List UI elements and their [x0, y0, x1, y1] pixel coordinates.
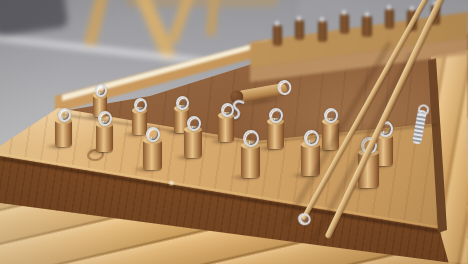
fishing-rods: [0, 0, 468, 264]
rod-hook-tip: [296, 210, 313, 227]
scene-hook-and-ring-game-photo: [0, 0, 468, 264]
fishing-rod[interactable]: [301, 0, 430, 220]
